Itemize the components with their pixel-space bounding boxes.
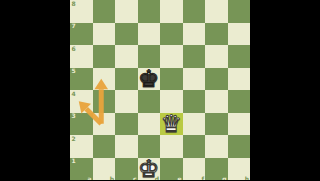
square-h6[interactable] [228, 45, 251, 68]
square-e1[interactable]: e [160, 158, 183, 181]
square-b7[interactable] [93, 23, 116, 46]
square-b3[interactable] [93, 113, 116, 136]
square-f3[interactable] [183, 113, 206, 136]
file-label-a: a [87, 176, 91, 180]
square-c5[interactable] [115, 68, 138, 91]
file-label-g: g [222, 176, 226, 180]
square-h5[interactable] [228, 68, 251, 91]
square-d8[interactable] [138, 0, 161, 23]
square-c6[interactable] [115, 45, 138, 68]
square-g1[interactable]: g [205, 158, 228, 181]
square-a1[interactable]: 1a [70, 158, 93, 181]
rank-label-4: 4 [72, 91, 76, 97]
square-b8[interactable] [93, 0, 116, 23]
square-g6[interactable] [205, 45, 228, 68]
rank-label-1: 1 [72, 158, 76, 164]
square-e5[interactable] [160, 68, 183, 91]
square-e8[interactable] [160, 0, 183, 23]
square-f6[interactable] [183, 45, 206, 68]
square-f5[interactable] [183, 68, 206, 91]
square-e3[interactable]: ♛ [160, 113, 183, 136]
square-a4[interactable]: 4 [70, 90, 93, 113]
file-label-f: f [201, 176, 204, 180]
square-h3[interactable] [228, 113, 251, 136]
square-h2[interactable] [228, 135, 251, 158]
square-f7[interactable] [183, 23, 206, 46]
video-frame: 8765♚43♛21abcd♚efgh [0, 0, 320, 180]
square-b2[interactable] [93, 135, 116, 158]
square-d7[interactable] [138, 23, 161, 46]
chess-board: 8765♚43♛21abcd♚efgh [70, 0, 250, 180]
square-f2[interactable] [183, 135, 206, 158]
square-d3[interactable] [138, 113, 161, 136]
square-g2[interactable] [205, 135, 228, 158]
rank-label-5: 5 [72, 68, 76, 74]
square-d6[interactable] [138, 45, 161, 68]
square-a3[interactable]: 3 [70, 113, 93, 136]
white-queen-piece[interactable]: ♛ [160, 113, 183, 136]
square-g3[interactable] [205, 113, 228, 136]
square-a8[interactable]: 8 [70, 0, 93, 23]
file-label-c: c [133, 176, 137, 180]
file-label-b: b [110, 176, 114, 180]
rank-label-2: 2 [72, 136, 76, 142]
square-g5[interactable] [205, 68, 228, 91]
square-d4[interactable] [138, 90, 161, 113]
square-h1[interactable]: h [228, 158, 251, 181]
square-c4[interactable] [115, 90, 138, 113]
square-b4[interactable] [93, 90, 116, 113]
square-b6[interactable] [93, 45, 116, 68]
letterbox-right [250, 0, 320, 180]
square-c8[interactable] [115, 0, 138, 23]
square-b1[interactable]: b [93, 158, 116, 181]
square-a2[interactable]: 2 [70, 135, 93, 158]
black-king-piece[interactable]: ♚ [138, 68, 161, 91]
square-h7[interactable] [228, 23, 251, 46]
letterbox-left [0, 0, 70, 180]
square-e4[interactable] [160, 90, 183, 113]
square-a6[interactable]: 6 [70, 45, 93, 68]
square-c3[interactable] [115, 113, 138, 136]
square-d2[interactable] [138, 135, 161, 158]
square-e7[interactable] [160, 23, 183, 46]
square-a7[interactable]: 7 [70, 23, 93, 46]
square-h8[interactable] [228, 0, 251, 23]
square-f8[interactable] [183, 0, 206, 23]
square-h4[interactable] [228, 90, 251, 113]
square-g4[interactable] [205, 90, 228, 113]
rank-label-6: 6 [72, 46, 76, 52]
file-label-e: e [177, 176, 181, 180]
square-d1[interactable]: d♚ [138, 158, 161, 181]
square-g8[interactable] [205, 0, 228, 23]
square-c2[interactable] [115, 135, 138, 158]
square-d5[interactable]: ♚ [138, 68, 161, 91]
file-label-h: h [245, 176, 249, 180]
square-a5[interactable]: 5 [70, 68, 93, 91]
rank-label-8: 8 [72, 1, 76, 7]
square-f4[interactable] [183, 90, 206, 113]
rank-label-3: 3 [72, 113, 76, 119]
square-c7[interactable] [115, 23, 138, 46]
rank-label-7: 7 [72, 23, 76, 29]
square-e6[interactable] [160, 45, 183, 68]
square-c1[interactable]: c [115, 158, 138, 181]
square-f1[interactable]: f [183, 158, 206, 181]
white-king-piece[interactable]: ♚ [138, 158, 161, 181]
square-e2[interactable] [160, 135, 183, 158]
square-b5[interactable] [93, 68, 116, 91]
square-g7[interactable] [205, 23, 228, 46]
